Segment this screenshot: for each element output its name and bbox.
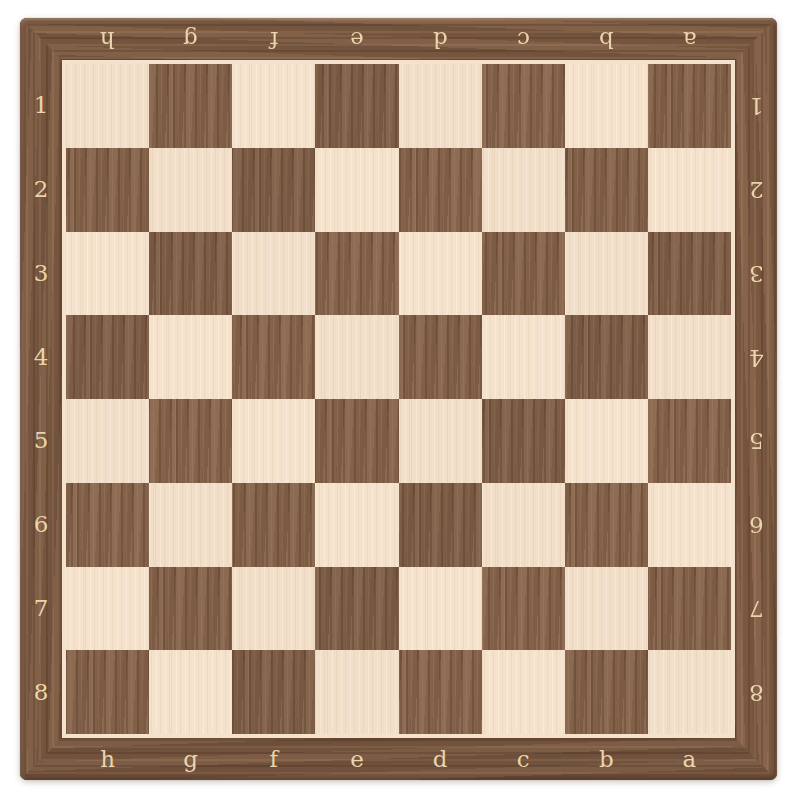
square-f7[interactable] — [232, 567, 315, 651]
square-c7[interactable] — [482, 567, 565, 651]
square-b2[interactable] — [565, 148, 648, 232]
square-c1[interactable] — [482, 64, 565, 148]
square-f4[interactable] — [232, 315, 315, 399]
square-d8[interactable] — [399, 650, 482, 734]
square-c6[interactable] — [482, 483, 565, 567]
chess-board: hgfedcba hgfedcba 12345678 12345678 — [20, 18, 777, 780]
square-g1[interactable] — [149, 64, 232, 148]
square-g2[interactable] — [149, 148, 232, 232]
squares-grid — [66, 64, 731, 734]
square-a4[interactable] — [648, 315, 731, 399]
square-h1[interactable] — [66, 64, 149, 148]
square-g3[interactable] — [149, 232, 232, 316]
square-f3[interactable] — [232, 232, 315, 316]
square-b1[interactable] — [565, 64, 648, 148]
square-g8[interactable] — [149, 650, 232, 734]
square-d3[interactable] — [399, 232, 482, 316]
square-h7[interactable] — [66, 567, 149, 651]
square-h5[interactable] — [66, 399, 149, 483]
square-f5[interactable] — [232, 399, 315, 483]
square-c5[interactable] — [482, 399, 565, 483]
square-d2[interactable] — [399, 148, 482, 232]
square-h3[interactable] — [66, 232, 149, 316]
square-a7[interactable] — [648, 567, 731, 651]
square-e8[interactable] — [315, 650, 398, 734]
square-d1[interactable] — [399, 64, 482, 148]
square-d7[interactable] — [399, 567, 482, 651]
square-b7[interactable] — [565, 567, 648, 651]
square-f2[interactable] — [232, 148, 315, 232]
square-d6[interactable] — [399, 483, 482, 567]
square-e3[interactable] — [315, 232, 398, 316]
square-b3[interactable] — [565, 232, 648, 316]
square-g4[interactable] — [149, 315, 232, 399]
square-e6[interactable] — [315, 483, 398, 567]
playing-field — [62, 60, 735, 738]
square-c2[interactable] — [482, 148, 565, 232]
square-c8[interactable] — [482, 650, 565, 734]
square-f8[interactable] — [232, 650, 315, 734]
square-a5[interactable] — [648, 399, 731, 483]
square-e2[interactable] — [315, 148, 398, 232]
square-a1[interactable] — [648, 64, 731, 148]
square-e5[interactable] — [315, 399, 398, 483]
square-f1[interactable] — [232, 64, 315, 148]
square-c3[interactable] — [482, 232, 565, 316]
square-b5[interactable] — [565, 399, 648, 483]
square-g5[interactable] — [149, 399, 232, 483]
square-f6[interactable] — [232, 483, 315, 567]
square-d4[interactable] — [399, 315, 482, 399]
square-a3[interactable] — [648, 232, 731, 316]
square-g7[interactable] — [149, 567, 232, 651]
square-b4[interactable] — [565, 315, 648, 399]
square-b8[interactable] — [565, 650, 648, 734]
square-g6[interactable] — [149, 483, 232, 567]
square-a8[interactable] — [648, 650, 731, 734]
square-a6[interactable] — [648, 483, 731, 567]
square-e4[interactable] — [315, 315, 398, 399]
square-h2[interactable] — [66, 148, 149, 232]
square-d5[interactable] — [399, 399, 482, 483]
square-e1[interactable] — [315, 64, 398, 148]
square-b6[interactable] — [565, 483, 648, 567]
square-h6[interactable] — [66, 483, 149, 567]
square-e7[interactable] — [315, 567, 398, 651]
square-c4[interactable] — [482, 315, 565, 399]
square-h4[interactable] — [66, 315, 149, 399]
square-h8[interactable] — [66, 650, 149, 734]
square-a2[interactable] — [648, 148, 731, 232]
photo-background: hgfedcba hgfedcba 12345678 12345678 — [0, 0, 797, 800]
